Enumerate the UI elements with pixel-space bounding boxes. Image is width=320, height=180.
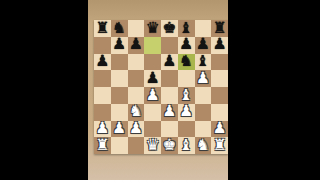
letterbox-right xyxy=(228,0,320,180)
piece-white-pawn[interactable]: ♟ xyxy=(95,121,109,137)
square-b8[interactable]: ♞ xyxy=(111,20,128,37)
square-e2[interactable] xyxy=(161,121,178,138)
letterbox-left xyxy=(0,0,88,180)
square-a4[interactable] xyxy=(94,87,111,104)
square-h4[interactable] xyxy=(211,87,228,104)
square-g5[interactable]: ♟ xyxy=(195,70,212,87)
app-background: ♜♞♛♚♝♜♟♟♟♟♟♟♟♞♝♟♟♟♝♞♟♟♟♟♟♟♜♛♚♝♞♜ xyxy=(88,0,228,180)
piece-black-pawn[interactable]: ♟ xyxy=(162,54,176,70)
piece-white-rook[interactable]: ♜ xyxy=(95,137,109,153)
square-d8[interactable]: ♛ xyxy=(144,20,161,37)
square-d7[interactable] xyxy=(144,37,161,54)
square-e8[interactable]: ♚ xyxy=(161,20,178,37)
piece-white-pawn[interactable]: ♟ xyxy=(196,70,210,86)
square-c2[interactable]: ♟ xyxy=(128,121,145,138)
square-g7[interactable]: ♟ xyxy=(195,37,212,54)
square-g3[interactable] xyxy=(195,104,212,121)
square-c3[interactable]: ♞ xyxy=(128,104,145,121)
square-a1[interactable]: ♜ xyxy=(94,137,111,154)
square-e4[interactable] xyxy=(161,87,178,104)
square-f5[interactable] xyxy=(178,70,195,87)
piece-black-pawn[interactable]: ♟ xyxy=(95,54,109,70)
square-c5[interactable] xyxy=(128,70,145,87)
piece-black-pawn[interactable]: ♟ xyxy=(146,70,160,86)
square-d6[interactable] xyxy=(144,54,161,71)
square-f3[interactable]: ♟ xyxy=(178,104,195,121)
square-h5[interactable] xyxy=(211,70,228,87)
square-h8[interactable]: ♜ xyxy=(211,20,228,37)
square-h1[interactable]: ♜ xyxy=(211,137,228,154)
piece-black-queen[interactable]: ♛ xyxy=(146,20,160,36)
piece-white-pawn[interactable]: ♟ xyxy=(129,121,143,137)
square-c7[interactable]: ♟ xyxy=(128,37,145,54)
square-e1[interactable]: ♚ xyxy=(161,137,178,154)
square-c4[interactable] xyxy=(128,87,145,104)
piece-white-pawn[interactable]: ♟ xyxy=(162,104,176,120)
square-e3[interactable]: ♟ xyxy=(161,104,178,121)
piece-white-bishop[interactable]: ♝ xyxy=(179,87,193,103)
piece-white-queen[interactable]: ♛ xyxy=(146,137,160,153)
square-h3[interactable] xyxy=(211,104,228,121)
square-b1[interactable] xyxy=(111,137,128,154)
square-a5[interactable] xyxy=(94,70,111,87)
piece-black-bishop[interactable]: ♝ xyxy=(179,20,193,36)
piece-white-king[interactable]: ♚ xyxy=(162,137,176,153)
piece-black-king[interactable]: ♚ xyxy=(162,20,176,36)
square-b6[interactable] xyxy=(111,54,128,71)
piece-black-knight[interactable]: ♞ xyxy=(179,54,193,70)
piece-black-pawn[interactable]: ♟ xyxy=(129,37,143,53)
piece-white-pawn[interactable]: ♟ xyxy=(112,121,126,137)
piece-white-rook[interactable]: ♜ xyxy=(213,137,227,153)
piece-black-rook[interactable]: ♜ xyxy=(95,20,109,36)
square-b5[interactable] xyxy=(111,70,128,87)
chess-board[interactable]: ♜♞♛♚♝♜♟♟♟♟♟♟♟♞♝♟♟♟♝♞♟♟♟♟♟♟♜♛♚♝♞♜ xyxy=(94,20,228,154)
square-f8[interactable]: ♝ xyxy=(178,20,195,37)
square-d1[interactable]: ♛ xyxy=(144,137,161,154)
piece-white-pawn[interactable]: ♟ xyxy=(146,87,160,103)
square-f7[interactable]: ♟ xyxy=(178,37,195,54)
piece-black-pawn[interactable]: ♟ xyxy=(196,37,210,53)
square-g4[interactable] xyxy=(195,87,212,104)
square-a6[interactable]: ♟ xyxy=(94,54,111,71)
square-b2[interactable]: ♟ xyxy=(111,121,128,138)
square-a8[interactable]: ♜ xyxy=(94,20,111,37)
piece-black-pawn[interactable]: ♟ xyxy=(179,37,193,53)
piece-black-knight[interactable]: ♞ xyxy=(112,20,126,36)
square-a3[interactable] xyxy=(94,104,111,121)
square-g1[interactable]: ♞ xyxy=(195,137,212,154)
square-c1[interactable] xyxy=(128,137,145,154)
square-h2[interactable]: ♟ xyxy=(211,121,228,138)
square-g2[interactable] xyxy=(195,121,212,138)
square-b4[interactable] xyxy=(111,87,128,104)
square-f6[interactable]: ♞ xyxy=(178,54,195,71)
square-f4[interactable]: ♝ xyxy=(178,87,195,104)
piece-black-pawn[interactable]: ♟ xyxy=(213,37,227,53)
square-h6[interactable] xyxy=(211,54,228,71)
piece-white-knight[interactable]: ♞ xyxy=(196,137,210,153)
square-c8[interactable] xyxy=(128,20,145,37)
square-f2[interactable] xyxy=(178,121,195,138)
square-e5[interactable] xyxy=(161,70,178,87)
square-e6[interactable]: ♟ xyxy=(161,54,178,71)
square-g6[interactable]: ♝ xyxy=(195,54,212,71)
square-d4[interactable]: ♟ xyxy=(144,87,161,104)
piece-black-bishop[interactable]: ♝ xyxy=(196,54,210,70)
square-h7[interactable]: ♟ xyxy=(211,37,228,54)
piece-white-bishop[interactable]: ♝ xyxy=(179,137,193,153)
square-a7[interactable] xyxy=(94,37,111,54)
piece-white-knight[interactable]: ♞ xyxy=(129,104,143,120)
square-g8[interactable] xyxy=(195,20,212,37)
piece-black-rook[interactable]: ♜ xyxy=(213,20,227,36)
square-d3[interactable] xyxy=(144,104,161,121)
square-e7[interactable] xyxy=(161,37,178,54)
square-d2[interactable] xyxy=(144,121,161,138)
square-b3[interactable] xyxy=(111,104,128,121)
square-a2[interactable]: ♟ xyxy=(94,121,111,138)
piece-white-pawn[interactable]: ♟ xyxy=(213,121,227,137)
piece-black-pawn[interactable]: ♟ xyxy=(112,37,126,53)
piece-white-pawn[interactable]: ♟ xyxy=(179,104,193,120)
square-d5[interactable]: ♟ xyxy=(144,70,161,87)
square-c6[interactable] xyxy=(128,54,145,71)
square-b7[interactable]: ♟ xyxy=(111,37,128,54)
square-f1[interactable]: ♝ xyxy=(178,137,195,154)
